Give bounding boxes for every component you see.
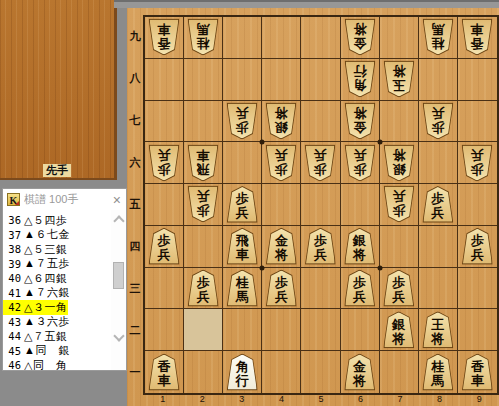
- square-6二[interactable]: [341, 309, 380, 351]
- kifu-app-icon: K: [7, 193, 20, 206]
- square-2二[interactable]: [184, 309, 223, 351]
- square-9八[interactable]: [458, 59, 497, 101]
- square-5一[interactable]: [301, 351, 340, 393]
- square-4二[interactable]: [262, 309, 301, 351]
- square-4四[interactable]: 金将: [262, 226, 301, 268]
- square-5八[interactable]: [301, 59, 340, 101]
- square-2四[interactable]: [184, 226, 223, 268]
- scroll-up-icon[interactable]: [113, 215, 124, 226]
- square-1九[interactable]: 香車: [145, 17, 184, 59]
- square-3四[interactable]: 飛車: [223, 226, 262, 268]
- file-label-5: 5: [301, 394, 341, 404]
- piece-gote-王将[interactable]: 王将: [422, 311, 453, 348]
- file-label-6: 6: [341, 394, 381, 404]
- square-3八[interactable]: [223, 59, 262, 101]
- square-2一[interactable]: [184, 351, 223, 393]
- square-7七[interactable]: [380, 101, 419, 143]
- move-number: 43: [4, 316, 21, 328]
- piece-gote-桂馬[interactable]: 桂馬: [227, 270, 258, 307]
- hoshi-dot: [259, 266, 264, 271]
- move-row-36[interactable]: 36△５四歩: [3, 213, 111, 228]
- square-1三[interactable]: [145, 268, 184, 310]
- piece-sente-金将[interactable]: 金将: [344, 19, 375, 56]
- square-7三[interactable]: 歩兵: [380, 268, 419, 310]
- piece-sente-歩兵[interactable]: 歩兵: [462, 144, 493, 181]
- square-4九[interactable]: [262, 17, 301, 59]
- square-9四[interactable]: 歩兵: [458, 226, 497, 268]
- hoshi-dot: [259, 139, 264, 144]
- square-6七[interactable]: 金将: [341, 101, 380, 143]
- move-text: ▲３六歩: [24, 314, 70, 329]
- piece-sente-桂馬[interactable]: 桂馬: [188, 19, 219, 56]
- shogi-app-window: 先手 K 棋譜 100手 × 36△５四歩37▲６七金38△５三銀39▲７五歩4…: [0, 0, 499, 406]
- square-6六[interactable]: 歩兵: [341, 142, 380, 184]
- move-row-45[interactable]: 45▲同 銀: [3, 344, 111, 359]
- square-2九[interactable]: 桂馬: [184, 17, 223, 59]
- sente-komadai: 先手: [0, 0, 117, 180]
- square-6一[interactable]: 金将: [341, 351, 380, 393]
- square-3六[interactable]: [223, 142, 262, 184]
- move-text: △７五銀: [24, 329, 67, 344]
- move-text: ▲７五歩: [24, 256, 70, 271]
- move-row-40[interactable]: 40△６四銀: [3, 271, 111, 286]
- square-3五[interactable]: 歩兵: [223, 184, 262, 226]
- shogi-board: 九八七六五四三二一 香車桂馬金将桂馬香車角行玉将歩兵銀将金将歩兵歩兵飛車歩兵歩兵…: [127, 8, 499, 406]
- file-label-3: 3: [222, 394, 262, 404]
- piece-gote-歩兵[interactable]: 歩兵: [383, 270, 414, 307]
- square-6五[interactable]: [341, 184, 380, 226]
- square-4一[interactable]: [262, 351, 301, 393]
- piece-gote-歩兵[interactable]: 歩兵: [149, 228, 180, 265]
- square-8八[interactable]: [419, 59, 458, 101]
- square-1七[interactable]: [145, 101, 184, 143]
- move-text: ▲７六銀: [24, 285, 70, 300]
- square-4三[interactable]: 歩兵: [262, 268, 301, 310]
- hoshi-dot: [378, 266, 383, 271]
- square-9一[interactable]: 香車: [458, 351, 497, 393]
- square-8六[interactable]: [419, 142, 458, 184]
- rank-label-五: 五: [127, 183, 143, 225]
- square-2六[interactable]: 飛車: [184, 142, 223, 184]
- piece-sente-歩兵[interactable]: 歩兵: [227, 102, 258, 139]
- rank-label-三: 三: [127, 267, 143, 309]
- scroll-down-icon[interactable]: [113, 330, 124, 341]
- kifu-move-list: 36△５四歩37▲６七金38△５三銀39▲７五歩40△６四銀41▲７六銀42△３…: [3, 210, 111, 370]
- square-8四[interactable]: [419, 226, 458, 268]
- square-6九[interactable]: 金将: [341, 17, 380, 59]
- square-1一[interactable]: 香車: [145, 351, 184, 393]
- file-label-8: 8: [420, 394, 460, 404]
- scroll-thumb[interactable]: [113, 262, 124, 289]
- piece-gote-歩兵[interactable]: 歩兵: [305, 228, 336, 265]
- rank-label-七: 七: [127, 99, 143, 141]
- rank-label-一: 一: [127, 351, 143, 393]
- move-text: ▲同 銀: [24, 343, 70, 358]
- square-7五[interactable]: 歩兵: [380, 184, 419, 226]
- square-1五[interactable]: [145, 184, 184, 226]
- kifu-close-icon[interactable]: ×: [112, 193, 122, 207]
- rank-label-八: 八: [127, 57, 143, 99]
- move-row-39[interactable]: 39▲７五歩: [3, 257, 111, 272]
- move-number: 42: [4, 301, 21, 313]
- square-9五[interactable]: [458, 184, 497, 226]
- square-9七[interactable]: [458, 101, 497, 143]
- square-5四[interactable]: 歩兵: [301, 226, 340, 268]
- square-2八[interactable]: [184, 59, 223, 101]
- square-1六[interactable]: 歩兵: [145, 142, 184, 184]
- file-label-4: 4: [262, 394, 302, 404]
- piece-sente-金将[interactable]: 金将: [344, 102, 375, 139]
- square-9三[interactable]: [458, 268, 497, 310]
- square-8三[interactable]: [419, 268, 458, 310]
- piece-gote-金将[interactable]: 金将: [266, 228, 297, 265]
- move-text: △５三銀: [24, 242, 67, 257]
- square-8九[interactable]: 桂馬: [419, 17, 458, 59]
- square-7四[interactable]: [380, 226, 419, 268]
- move-number: 40: [4, 272, 21, 284]
- piece-sente-銀将[interactable]: 銀将: [266, 102, 297, 139]
- square-5九[interactable]: [301, 17, 340, 59]
- rank-labels: 九八七六五四三二一: [127, 15, 143, 393]
- square-9九[interactable]: 香車: [458, 17, 497, 59]
- sente-label: 先手: [43, 164, 71, 177]
- file-labels: 123456789: [143, 394, 499, 404]
- piece-gote-歩兵[interactable]: 歩兵: [188, 270, 219, 307]
- move-number: 38: [4, 243, 21, 255]
- square-1八[interactable]: [145, 59, 184, 101]
- piece-sente-歩兵[interactable]: 歩兵: [149, 144, 180, 181]
- move-row-37[interactable]: 37▲６七金: [3, 228, 111, 243]
- move-row-41[interactable]: 41▲７六銀: [3, 286, 111, 301]
- piece-sente-香車[interactable]: 香車: [462, 19, 493, 56]
- move-text: △６四銀: [24, 271, 67, 286]
- piece-sente-銀将[interactable]: 銀将: [383, 144, 414, 181]
- square-6四[interactable]: 銀将: [341, 226, 380, 268]
- piece-gote-銀将[interactable]: 銀将: [383, 311, 414, 348]
- square-1四[interactable]: 歩兵: [145, 226, 184, 268]
- kifu-titlebar[interactable]: K 棋譜 100手 ×: [3, 189, 126, 210]
- move-number: 37: [4, 229, 21, 241]
- move-number: 36: [4, 214, 21, 226]
- move-text: ▲６七金: [24, 227, 70, 242]
- square-5三[interactable]: [301, 268, 340, 310]
- piece-sente-歩兵[interactable]: 歩兵: [383, 186, 414, 223]
- piece-gote-香車[interactable]: 香車: [149, 354, 180, 391]
- piece-gote-桂馬[interactable]: 桂馬: [422, 354, 453, 391]
- kifu-scrollbar[interactable]: [111, 210, 126, 370]
- square-7二[interactable]: 銀将: [380, 309, 419, 351]
- square-1二[interactable]: [145, 309, 184, 351]
- piece-gote-角行[interactable]: 角行: [227, 354, 258, 391]
- square-7六[interactable]: 銀将: [380, 142, 419, 184]
- piece-gote-銀将[interactable]: 銀将: [344, 228, 375, 265]
- square-4七[interactable]: 銀将: [262, 101, 301, 143]
- move-number: 41: [4, 287, 21, 299]
- move-text: △同 角: [24, 358, 67, 370]
- piece-sente-歩兵[interactable]: 歩兵: [344, 144, 375, 181]
- square-4五[interactable]: [262, 184, 301, 226]
- square-9六[interactable]: 歩兵: [458, 142, 497, 184]
- piece-gote-歩兵[interactable]: 歩兵: [227, 186, 258, 223]
- piece-gote-歩兵[interactable]: 歩兵: [344, 270, 375, 307]
- square-3一[interactable]: 角行: [223, 351, 262, 393]
- square-2五[interactable]: 歩兵: [184, 184, 223, 226]
- move-number: 44: [4, 330, 21, 342]
- square-3二[interactable]: [223, 309, 262, 351]
- square-6八[interactable]: 角行: [341, 59, 380, 101]
- square-2三[interactable]: 歩兵: [184, 268, 223, 310]
- window-top-edge: [114, 0, 499, 8]
- square-8二[interactable]: 王将: [419, 309, 458, 351]
- piece-sente-歩兵[interactable]: 歩兵: [188, 186, 219, 223]
- piece-sente-飛車[interactable]: 飛車: [188, 144, 219, 181]
- piece-sente-玉将[interactable]: 玉将: [383, 61, 414, 98]
- square-9二[interactable]: [458, 309, 497, 351]
- move-row-43[interactable]: 43▲３六歩: [3, 315, 111, 330]
- piece-gote-歩兵[interactable]: 歩兵: [266, 270, 297, 307]
- file-label-1: 1: [143, 394, 183, 404]
- square-8一[interactable]: 桂馬: [419, 351, 458, 393]
- piece-gote-歩兵[interactable]: 歩兵: [422, 186, 453, 223]
- square-3三[interactable]: 桂馬: [223, 268, 262, 310]
- move-text: △３一角: [24, 300, 67, 315]
- square-5五[interactable]: [301, 184, 340, 226]
- piece-gote-飛車[interactable]: 飛車: [227, 228, 258, 265]
- rank-label-九: 九: [127, 15, 143, 57]
- square-5六[interactable]: 歩兵: [301, 142, 340, 184]
- file-label-9: 9: [459, 394, 499, 404]
- square-5二[interactable]: [301, 309, 340, 351]
- piece-sente-香車[interactable]: 香車: [149, 19, 180, 56]
- square-4六[interactable]: 歩兵: [262, 142, 301, 184]
- hoshi-dot: [378, 139, 383, 144]
- board-grid: 香車桂馬金将桂馬香車角行玉将歩兵銀将金将歩兵歩兵飛車歩兵歩兵歩兵銀将歩兵歩兵歩兵…: [143, 15, 499, 395]
- file-label-2: 2: [183, 394, 223, 404]
- move-number: 46: [4, 359, 21, 370]
- piece-sente-歩兵[interactable]: 歩兵: [305, 144, 336, 181]
- square-4八[interactable]: [262, 59, 301, 101]
- square-8五[interactable]: 歩兵: [419, 184, 458, 226]
- square-7一[interactable]: [380, 351, 419, 393]
- move-row-38[interactable]: 38△５三銀: [3, 242, 111, 257]
- piece-gote-歩兵[interactable]: 歩兵: [462, 228, 493, 265]
- move-row-46[interactable]: 46△同 角: [3, 358, 111, 370]
- move-number: 45: [4, 345, 21, 357]
- move-row-42[interactable]: 42△３一角: [3, 300, 111, 315]
- piece-gote-金将[interactable]: 金将: [344, 354, 375, 391]
- square-2七[interactable]: [184, 101, 223, 143]
- piece-sente-桂馬[interactable]: 桂馬: [422, 19, 453, 56]
- square-3七[interactable]: 歩兵: [223, 101, 262, 143]
- move-text: △５四歩: [24, 213, 67, 228]
- rank-label-二: 二: [127, 309, 143, 351]
- square-6三[interactable]: 歩兵: [341, 268, 380, 310]
- square-8七[interactable]: 歩兵: [419, 101, 458, 143]
- square-7八[interactable]: 玉将: [380, 59, 419, 101]
- square-7九[interactable]: [380, 17, 419, 59]
- square-3九[interactable]: [223, 17, 262, 59]
- move-number: 39: [4, 258, 21, 270]
- rank-label-六: 六: [127, 141, 143, 183]
- kifu-window: K 棋譜 100手 × 36△５四歩37▲６七金38△５三銀39▲７五歩40△６…: [2, 188, 127, 371]
- move-row-44[interactable]: 44△７五銀: [3, 329, 111, 344]
- rank-label-四: 四: [127, 225, 143, 267]
- piece-sente-角行[interactable]: 角行: [344, 61, 375, 98]
- piece-sente-歩兵[interactable]: 歩兵: [422, 102, 453, 139]
- square-5七[interactable]: [301, 101, 340, 143]
- piece-sente-歩兵[interactable]: 歩兵: [266, 144, 297, 181]
- piece-gote-香車[interactable]: 香車: [462, 354, 493, 391]
- file-label-7: 7: [380, 394, 420, 404]
- kifu-title: 棋譜 100手: [24, 192, 112, 207]
